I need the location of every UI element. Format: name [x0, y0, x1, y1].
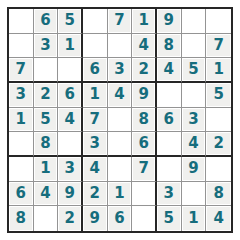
- cell-r4c4: 1: [83, 83, 108, 108]
- cell-r2c5[interactable]: [108, 34, 133, 59]
- cell-r4c6: 9: [132, 83, 157, 108]
- cell-r2c9: 7: [206, 34, 231, 59]
- cell-r9c6[interactable]: [132, 206, 157, 231]
- cell-r3c4: 6: [83, 58, 108, 83]
- cell-r9c9: 4: [206, 206, 231, 231]
- cell-r7c9[interactable]: [206, 157, 231, 182]
- cell-r3c2[interactable]: [34, 58, 59, 83]
- cell-r9c3: 2: [58, 206, 83, 231]
- cell-r6c5[interactable]: [108, 132, 133, 157]
- cell-r4c5: 4: [108, 83, 133, 108]
- cell-r6c1[interactable]: [9, 132, 34, 157]
- cell-r8c1: 6: [9, 182, 34, 207]
- cell-r8c6[interactable]: [132, 182, 157, 207]
- cell-r8c5: 1: [108, 182, 133, 207]
- cell-r1c9[interactable]: [206, 9, 231, 34]
- cell-r5c6: 8: [132, 108, 157, 133]
- cell-r1c7: 9: [157, 9, 182, 34]
- cell-r2c4[interactable]: [83, 34, 108, 59]
- cell-r2c6: 4: [132, 34, 157, 59]
- cell-r3c5: 3: [108, 58, 133, 83]
- cell-r9c8: 1: [182, 206, 207, 231]
- cell-r3c8: 5: [182, 58, 207, 83]
- cell-r8c7: 3: [157, 182, 182, 207]
- cell-r9c7: 5: [157, 206, 182, 231]
- cell-r9c5: 6: [108, 206, 133, 231]
- cell-r5c8: 3: [182, 108, 207, 133]
- cell-r6c4: 3: [83, 132, 108, 157]
- cell-r8c3: 9: [58, 182, 83, 207]
- cell-r7c1[interactable]: [9, 157, 34, 182]
- cell-r7c4: 4: [83, 157, 108, 182]
- cell-r1c2: 6: [34, 9, 59, 34]
- cell-r7c5[interactable]: [108, 157, 133, 182]
- cell-r2c1[interactable]: [9, 34, 34, 59]
- cell-r9c2[interactable]: [34, 206, 59, 231]
- cell-r3c6: 2: [132, 58, 157, 83]
- cell-r2c8[interactable]: [182, 34, 207, 59]
- sudoku-board: 6571931487763245132614951547863836421347…: [7, 7, 233, 233]
- cell-r1c8[interactable]: [182, 9, 207, 34]
- cell-r5c5[interactable]: [108, 108, 133, 133]
- cell-r3c1: 7: [9, 58, 34, 83]
- cell-r7c7[interactable]: [157, 157, 182, 182]
- cell-r5c3: 4: [58, 108, 83, 133]
- cell-r5c7: 6: [157, 108, 182, 133]
- cell-r7c6: 7: [132, 157, 157, 182]
- cell-r4c9: 5: [206, 83, 231, 108]
- cell-r2c7: 8: [157, 34, 182, 59]
- cell-r9c4: 9: [83, 206, 108, 231]
- cell-r4c8[interactable]: [182, 83, 207, 108]
- cell-r4c7[interactable]: [157, 83, 182, 108]
- cell-r3c7: 4: [157, 58, 182, 83]
- cell-r2c2: 3: [34, 34, 59, 59]
- cell-r4c3: 6: [58, 83, 83, 108]
- cell-r8c2: 4: [34, 182, 59, 207]
- cell-r6c7[interactable]: [157, 132, 182, 157]
- cell-r1c1[interactable]: [9, 9, 34, 34]
- cell-r3c9: 1: [206, 58, 231, 83]
- cell-r8c8[interactable]: [182, 182, 207, 207]
- cell-r6c2: 8: [34, 132, 59, 157]
- cell-r5c1: 1: [9, 108, 34, 133]
- cell-r7c2: 1: [34, 157, 59, 182]
- cell-r6c6: 6: [132, 132, 157, 157]
- cell-r8c4: 2: [83, 182, 108, 207]
- cell-r6c8: 4: [182, 132, 207, 157]
- cell-r6c3[interactable]: [58, 132, 83, 157]
- cell-r1c3: 5: [58, 9, 83, 34]
- sudoku-page: 6571931487763245132614951547863836421347…: [0, 0, 240, 240]
- cell-r5c9[interactable]: [206, 108, 231, 133]
- cell-r3c3[interactable]: [58, 58, 83, 83]
- cell-r4c2: 2: [34, 83, 59, 108]
- cell-r1c5: 7: [108, 9, 133, 34]
- cell-r7c8: 9: [182, 157, 207, 182]
- cell-r1c4[interactable]: [83, 9, 108, 34]
- cell-r9c1: 8: [9, 206, 34, 231]
- cell-r5c2: 5: [34, 108, 59, 133]
- cell-r5c4: 7: [83, 108, 108, 133]
- cell-r4c1: 3: [9, 83, 34, 108]
- cell-r1c6: 1: [132, 9, 157, 34]
- cell-r8c9: 8: [206, 182, 231, 207]
- cell-r7c3: 3: [58, 157, 83, 182]
- cell-r6c9: 2: [206, 132, 231, 157]
- cell-r2c3: 1: [58, 34, 83, 59]
